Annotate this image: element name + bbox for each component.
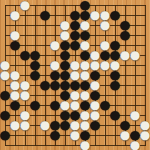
intersection-1-7[interactable]: ● — [70, 10, 80, 20]
intersection-0-10[interactable] — [100, 0, 110, 10]
white-stone: ● — [60, 100, 70, 110]
black-stone: ● — [80, 0, 90, 10]
intersection-1-6[interactable] — [60, 10, 70, 20]
black-stone: ● — [110, 50, 120, 60]
intersection-5-10[interactable]: ● — [100, 50, 110, 60]
intersection-10-2[interactable] — [20, 100, 30, 110]
intersection-1-14[interactable] — [140, 10, 150, 20]
intersection-10-5[interactable]: ● — [50, 100, 60, 110]
intersection-9-8[interactable]: ● — [80, 90, 90, 100]
intersection-6-7[interactable]: ● — [70, 60, 80, 70]
intersection-1-3[interactable] — [30, 10, 40, 20]
intersection-12-12[interactable]: ● — [120, 120, 130, 130]
intersection-6-10[interactable]: ● — [100, 60, 110, 70]
intersection-4-6[interactable]: ● — [60, 40, 70, 50]
white-stone: ● — [100, 40, 110, 50]
intersection-9-6[interactable]: ● — [60, 90, 70, 100]
white-stone: ● — [70, 90, 80, 100]
white-stone: ● — [0, 70, 10, 80]
intersection-6-13[interactable] — [130, 60, 140, 70]
intersection-2-2[interactable] — [20, 20, 30, 30]
intersection-5-0[interactable] — [0, 50, 10, 60]
intersection-5-4[interactable] — [40, 50, 50, 60]
white-stone: ● — [80, 60, 90, 70]
intersection-13-10[interactable] — [100, 130, 110, 140]
intersection-9-9[interactable]: ● — [90, 90, 100, 100]
intersection-12-3[interactable] — [30, 120, 40, 130]
intersection-6-8[interactable]: ● — [80, 60, 90, 70]
intersection-2-6[interactable]: ● — [60, 20, 70, 30]
intersection-13-11[interactable] — [110, 130, 120, 140]
white-stone: ● — [90, 60, 100, 70]
intersection-14-6[interactable] — [60, 140, 70, 150]
intersection-14-7[interactable] — [70, 140, 80, 150]
intersection-9-14[interactable] — [140, 90, 150, 100]
intersection-2-5[interactable] — [50, 20, 60, 30]
intersection-4-14[interactable] — [140, 40, 150, 50]
black-stone: ● — [10, 40, 20, 50]
intersection-2-13[interactable] — [130, 20, 140, 30]
intersection-12-2[interactable]: ● — [20, 120, 30, 130]
black-stone: ● — [70, 40, 80, 50]
intersection-7-12[interactable] — [120, 70, 130, 80]
intersection-9-7[interactable]: ● — [70, 90, 80, 100]
black-stone: ● — [60, 120, 70, 130]
black-stone: ● — [100, 50, 110, 60]
black-stone: ● — [70, 80, 80, 90]
intersection-12-13[interactable] — [130, 120, 140, 130]
intersection-1-10[interactable]: ● — [100, 10, 110, 20]
intersection-2-8[interactable]: ● — [80, 20, 90, 30]
intersection-13-13[interactable]: ● — [130, 130, 140, 140]
white-stone: ● — [120, 50, 130, 60]
black-stone: ● — [80, 100, 90, 110]
black-stone: ● — [70, 10, 80, 20]
white-stone: ● — [0, 60, 10, 70]
intersection-12-6[interactable]: ● — [60, 120, 70, 130]
intersection-1-12[interactable] — [120, 10, 130, 20]
black-stone: ● — [40, 80, 50, 90]
intersection-11-9[interactable]: ● — [90, 110, 100, 120]
intersection-3-9[interactable] — [90, 30, 100, 40]
intersection-4-8[interactable]: ● — [80, 40, 90, 50]
intersection-5-5[interactable] — [50, 50, 60, 60]
intersection-9-12[interactable] — [120, 90, 130, 100]
intersection-13-6[interactable] — [60, 130, 70, 140]
white-stone: ● — [80, 40, 90, 50]
intersection-11-8[interactable]: ● — [80, 110, 90, 120]
intersection-6-4[interactable] — [40, 60, 50, 70]
intersection-12-11[interactable] — [110, 120, 120, 130]
intersection-6-3[interactable]: ● — [30, 60, 40, 70]
intersection-9-10[interactable] — [100, 90, 110, 100]
intersection-7-8[interactable]: ● — [80, 70, 90, 80]
intersection-0-9[interactable] — [90, 0, 100, 10]
go-board[interactable]: ●●●●●●●●●●●●●●●●●●●●●●●●●●●●●●●●●●●●●●●●… — [0, 0, 150, 150]
intersection-5-3[interactable]: ● — [30, 50, 40, 60]
intersection-3-3[interactable] — [30, 30, 40, 40]
intersection-10-7[interactable]: ● — [70, 100, 80, 110]
intersection-0-5[interactable] — [50, 0, 60, 10]
black-stone: ● — [0, 130, 10, 140]
intersection-0-7[interactable] — [70, 0, 80, 10]
intersection-5-12[interactable]: ● — [120, 50, 130, 60]
white-stone: ● — [80, 90, 90, 100]
white-stone: ● — [80, 70, 90, 80]
intersection-10-0[interactable] — [0, 100, 10, 110]
white-stone: ● — [90, 80, 100, 90]
intersection-6-0[interactable]: ● — [0, 60, 10, 70]
white-stone: ● — [10, 10, 20, 20]
intersection-0-13[interactable] — [130, 0, 140, 10]
black-stone: ● — [80, 10, 90, 20]
intersection-13-3[interactable] — [30, 130, 40, 140]
intersection-3-1[interactable]: ● — [10, 30, 20, 40]
intersection-3-12[interactable]: ● — [120, 30, 130, 40]
white-stone: ● — [90, 110, 100, 120]
intersection-14-2[interactable] — [20, 140, 30, 150]
intersection-7-10[interactable] — [100, 70, 110, 80]
intersection-0-4[interactable] — [40, 0, 50, 10]
intersection-6-14[interactable] — [140, 60, 150, 70]
intersection-2-0[interactable] — [0, 20, 10, 30]
intersection-9-3[interactable] — [30, 90, 40, 100]
intersection-8-4[interactable]: ● — [40, 80, 50, 90]
intersection-4-12[interactable] — [120, 40, 130, 50]
intersection-0-1[interactable] — [10, 0, 20, 10]
black-stone: ● — [30, 50, 40, 60]
intersection-14-10[interactable] — [100, 140, 110, 150]
intersection-8-6[interactable]: ● — [60, 80, 70, 90]
intersection-12-10[interactable] — [100, 120, 110, 130]
intersection-5-8[interactable]: ● — [80, 50, 90, 60]
intersection-3-0[interactable] — [0, 30, 10, 40]
intersection-10-4[interactable] — [40, 100, 50, 110]
intersection-14-9[interactable] — [90, 140, 100, 150]
intersection-3-8[interactable]: ● — [80, 30, 90, 40]
intersection-3-11[interactable] — [110, 30, 120, 40]
black-stone: ● — [90, 70, 100, 80]
intersection-14-8[interactable]: ● — [80, 140, 90, 150]
white-stone: ● — [20, 120, 30, 130]
intersection-0-8[interactable]: ● — [80, 0, 90, 10]
intersection-4-9[interactable] — [90, 40, 100, 50]
intersection-11-0[interactable]: ● — [0, 110, 10, 120]
black-stone: ● — [10, 100, 20, 110]
black-stone: ● — [30, 100, 40, 110]
black-stone: ● — [0, 110, 10, 120]
intersection-7-1[interactable]: ● — [10, 70, 20, 80]
intersection-11-6[interactable]: ● — [60, 110, 70, 120]
intersection-8-0[interactable] — [0, 80, 10, 90]
intersection-1-1[interactable]: ● — [10, 10, 20, 20]
intersection-11-7[interactable]: ● — [70, 110, 80, 120]
intersection-6-6[interactable]: ● — [60, 60, 70, 70]
intersection-7-6[interactable]: ● — [60, 70, 70, 80]
white-stone: ● — [10, 80, 20, 90]
black-stone: ● — [60, 70, 70, 80]
white-stone: ● — [10, 70, 20, 80]
intersection-8-2[interactable]: ● — [20, 80, 30, 90]
black-stone: ● — [50, 130, 60, 140]
black-stone: ● — [100, 100, 110, 110]
intersection-4-7[interactable]: ● — [70, 40, 80, 50]
intersection-14-13[interactable]: ● — [130, 140, 140, 150]
intersection-14-0[interactable] — [0, 140, 10, 150]
intersection-4-1[interactable]: ● — [10, 40, 20, 50]
intersection-10-10[interactable]: ● — [100, 100, 110, 110]
intersection-4-0[interactable] — [0, 40, 10, 50]
intersection-1-9[interactable]: ● — [90, 10, 100, 20]
intersection-5-6[interactable]: ● — [60, 50, 70, 60]
intersection-10-3[interactable]: ● — [30, 100, 40, 110]
intersection-2-4[interactable] — [40, 20, 50, 30]
white-stone: ● — [70, 70, 80, 80]
white-stone: ● — [70, 100, 80, 110]
intersection-5-11[interactable]: ● — [110, 50, 120, 60]
white-stone: ● — [120, 130, 130, 140]
intersection-0-2[interactable]: ● — [20, 0, 30, 10]
intersection-12-14[interactable]: ● — [140, 120, 150, 130]
intersection-4-5[interactable]: ● — [50, 40, 60, 50]
intersection-3-14[interactable] — [140, 30, 150, 40]
intersection-3-7[interactable]: ● — [70, 30, 80, 40]
intersection-14-3[interactable] — [30, 140, 40, 150]
intersection-8-3[interactable] — [30, 80, 40, 90]
intersection-8-7[interactable]: ● — [70, 80, 80, 90]
intersection-7-3[interactable]: ● — [30, 70, 40, 80]
intersection-7-13[interactable] — [130, 70, 140, 80]
intersection-13-12[interactable]: ● — [120, 130, 130, 140]
black-stone: ● — [70, 20, 80, 30]
black-stone: ● — [50, 120, 60, 130]
intersection-13-1[interactable] — [10, 130, 20, 140]
intersection-1-13[interactable] — [130, 10, 140, 20]
intersection-14-11[interactable] — [110, 140, 120, 150]
intersection-2-1[interactable] — [10, 20, 20, 30]
intersection-4-13[interactable] — [130, 40, 140, 50]
intersection-10-11[interactable] — [110, 100, 120, 110]
intersection-11-12[interactable] — [120, 110, 130, 120]
intersection-13-4[interactable] — [40, 130, 50, 140]
intersection-11-1[interactable] — [10, 110, 20, 120]
intersection-2-3[interactable] — [30, 20, 40, 30]
intersection-11-4[interactable] — [40, 110, 50, 120]
intersection-7-7[interactable]: ● — [70, 70, 80, 80]
intersection-13-0[interactable]: ● — [0, 130, 10, 140]
white-stone: ● — [80, 120, 90, 130]
intersection-7-4[interactable] — [40, 70, 50, 80]
black-stone: ● — [60, 90, 70, 100]
intersection-11-3[interactable] — [30, 110, 40, 120]
intersection-12-0[interactable] — [0, 120, 10, 130]
black-stone: ● — [110, 110, 120, 120]
intersection-3-6[interactable]: ● — [60, 30, 70, 40]
intersection-10-13[interactable] — [130, 100, 140, 110]
intersection-4-2[interactable] — [20, 40, 30, 50]
intersection-9-0[interactable]: ● — [0, 90, 10, 100]
intersection-9-2[interactable]: ● — [20, 90, 30, 100]
intersection-8-13[interactable] — [130, 80, 140, 90]
intersection-1-4[interactable]: ● — [40, 10, 50, 20]
intersection-11-14[interactable] — [140, 110, 150, 120]
intersection-8-5[interactable]: ● — [50, 80, 60, 90]
black-stone: ● — [110, 80, 120, 90]
intersection-8-14[interactable] — [140, 80, 150, 90]
intersection-8-8[interactable]: ● — [80, 80, 90, 90]
intersection-4-3[interactable] — [30, 40, 40, 50]
intersection-4-10[interactable]: ● — [100, 40, 110, 50]
white-stone: ● — [50, 40, 60, 50]
white-stone: ● — [90, 10, 100, 20]
intersection-9-1[interactable]: ● — [10, 90, 20, 100]
white-stone: ● — [130, 110, 140, 120]
intersection-5-13[interactable]: ● — [130, 50, 140, 60]
intersection-12-4[interactable]: ● — [40, 120, 50, 130]
intersection-12-8[interactable]: ● — [80, 120, 90, 130]
white-stone: ● — [60, 20, 70, 30]
intersection-8-10[interactable] — [100, 80, 110, 90]
intersection-2-7[interactable]: ● — [70, 20, 80, 30]
intersection-12-1[interactable]: ● — [10, 120, 20, 130]
white-stone: ● — [10, 90, 20, 100]
intersection-3-13[interactable] — [130, 30, 140, 40]
intersection-6-2[interactable] — [20, 60, 30, 70]
intersection-12-7[interactable]: ● — [70, 120, 80, 130]
intersection-0-3[interactable] — [30, 0, 40, 10]
intersection-3-5[interactable] — [50, 30, 60, 40]
intersection-14-1[interactable] — [10, 140, 20, 150]
intersection-6-5[interactable]: ● — [50, 60, 60, 70]
intersection-14-12[interactable] — [120, 140, 130, 150]
white-stone: ● — [60, 30, 70, 40]
intersection-5-1[interactable] — [10, 50, 20, 60]
intersection-9-13[interactable] — [130, 90, 140, 100]
black-stone: ● — [80, 50, 90, 60]
intersection-3-2[interactable] — [20, 30, 30, 40]
intersection-11-13[interactable]: ● — [130, 110, 140, 120]
intersection-6-9[interactable]: ● — [90, 60, 100, 70]
intersection-1-5[interactable] — [50, 10, 60, 20]
black-stone: ● — [30, 60, 40, 70]
black-stone: ● — [90, 120, 100, 130]
intersection-8-11[interactable]: ● — [110, 80, 120, 90]
intersection-10-8[interactable]: ● — [80, 100, 90, 110]
intersection-2-14[interactable] — [140, 20, 150, 30]
intersection-8-12[interactable] — [120, 80, 130, 90]
intersection-6-1[interactable] — [10, 60, 20, 70]
white-stone: ● — [70, 60, 80, 70]
intersection-10-12[interactable] — [120, 100, 130, 110]
intersection-1-8[interactable]: ● — [80, 10, 90, 20]
intersection-14-14[interactable] — [140, 140, 150, 150]
intersection-5-14[interactable] — [140, 50, 150, 60]
intersection-11-10[interactable] — [100, 110, 110, 120]
white-stone: ● — [140, 130, 150, 140]
intersection-6-12[interactable] — [120, 60, 130, 70]
intersection-11-5[interactable] — [50, 110, 60, 120]
white-stone: ● — [140, 120, 150, 130]
intersection-14-4[interactable] — [40, 140, 50, 150]
intersection-5-2[interactable]: ● — [20, 50, 30, 60]
intersection-2-9[interactable] — [90, 20, 100, 30]
intersection-0-14[interactable] — [140, 0, 150, 10]
white-stone: ● — [20, 90, 30, 100]
intersection-7-2[interactable] — [20, 70, 30, 80]
intersection-3-10[interactable] — [100, 30, 110, 40]
intersection-5-7[interactable] — [70, 50, 80, 60]
intersection-11-11[interactable]: ● — [110, 110, 120, 120]
intersection-14-5[interactable] — [50, 140, 60, 150]
intersection-7-14[interactable] — [140, 70, 150, 80]
intersection-13-2[interactable] — [20, 130, 30, 140]
intersection-9-4[interactable] — [40, 90, 50, 100]
intersection-11-2[interactable]: ● — [20, 110, 30, 120]
intersection-10-1[interactable]: ● — [10, 100, 20, 110]
intersection-4-4[interactable] — [40, 40, 50, 50]
intersection-1-11[interactable]: ● — [110, 10, 120, 20]
black-stone: ● — [120, 30, 130, 40]
intersection-0-6[interactable] — [60, 0, 70, 10]
black-stone: ● — [50, 100, 60, 110]
intersection-10-9[interactable]: ● — [90, 100, 100, 110]
intersection-2-11[interactable] — [110, 20, 120, 30]
intersection-10-14[interactable] — [140, 100, 150, 110]
white-stone: ● — [40, 120, 50, 130]
black-stone: ● — [90, 90, 100, 100]
intersection-13-8[interactable]: ● — [80, 130, 90, 140]
black-stone: ● — [80, 30, 90, 40]
intersection-5-9[interactable]: ● — [90, 50, 100, 60]
intersection-7-0[interactable]: ● — [0, 70, 10, 80]
intersection-9-5[interactable] — [50, 90, 60, 100]
intersection-6-11[interactable]: ● — [110, 60, 120, 70]
intersection-3-4[interactable] — [40, 30, 50, 40]
intersection-13-14[interactable]: ● — [140, 130, 150, 140]
intersection-1-2[interactable] — [20, 10, 30, 20]
intersection-10-6[interactable]: ● — [60, 100, 70, 110]
black-stone: ● — [80, 80, 90, 90]
intersection-9-11[interactable] — [110, 90, 120, 100]
white-stone: ● — [20, 110, 30, 120]
intersection-2-12[interactable]: ● — [120, 20, 130, 30]
intersection-12-9[interactable]: ● — [90, 120, 100, 130]
white-stone: ● — [10, 120, 20, 130]
white-stone: ● — [20, 0, 30, 10]
intersection-0-11[interactable] — [110, 0, 120, 10]
intersection-7-5[interactable]: ● — [50, 70, 60, 80]
white-stone: ● — [90, 100, 100, 110]
intersection-13-7[interactable]: ● — [70, 130, 80, 140]
intersection-0-0[interactable] — [0, 0, 10, 10]
intersection-7-11[interactable]: ● — [110, 70, 120, 80]
intersection-7-9[interactable]: ● — [90, 70, 100, 80]
black-stone: ● — [70, 110, 80, 120]
intersection-8-1[interactable]: ● — [10, 80, 20, 90]
intersection-12-5[interactable]: ● — [50, 120, 60, 130]
white-stone: ● — [10, 30, 20, 40]
intersection-8-9[interactable]: ● — [90, 80, 100, 90]
intersection-4-11[interactable]: ● — [110, 40, 120, 50]
black-stone: ● — [0, 90, 10, 100]
white-stone: ● — [70, 120, 80, 130]
intersection-1-0[interactable] — [0, 10, 10, 20]
intersection-0-12[interactable] — [120, 0, 130, 10]
intersection-2-10[interactable]: ● — [100, 20, 110, 30]
black-stone: ● — [70, 30, 80, 40]
intersection-13-9[interactable] — [90, 130, 100, 140]
intersection-13-5[interactable]: ● — [50, 130, 60, 140]
